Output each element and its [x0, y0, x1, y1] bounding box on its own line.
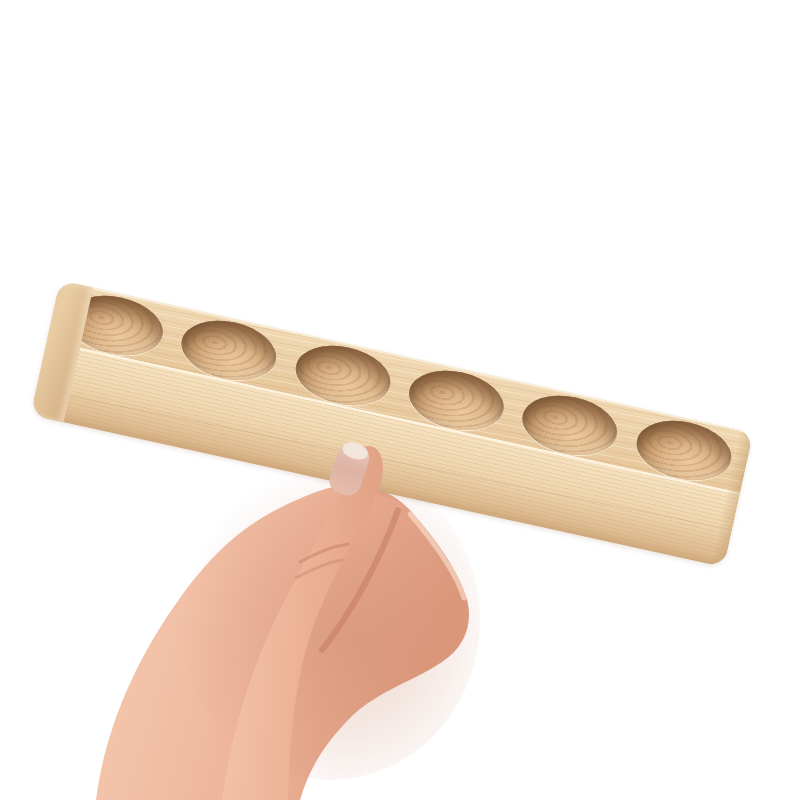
photo-canvas: 000000 — [0, 0, 800, 800]
thumb — [222, 446, 383, 800]
thumb-layer — [0, 0, 800, 800]
